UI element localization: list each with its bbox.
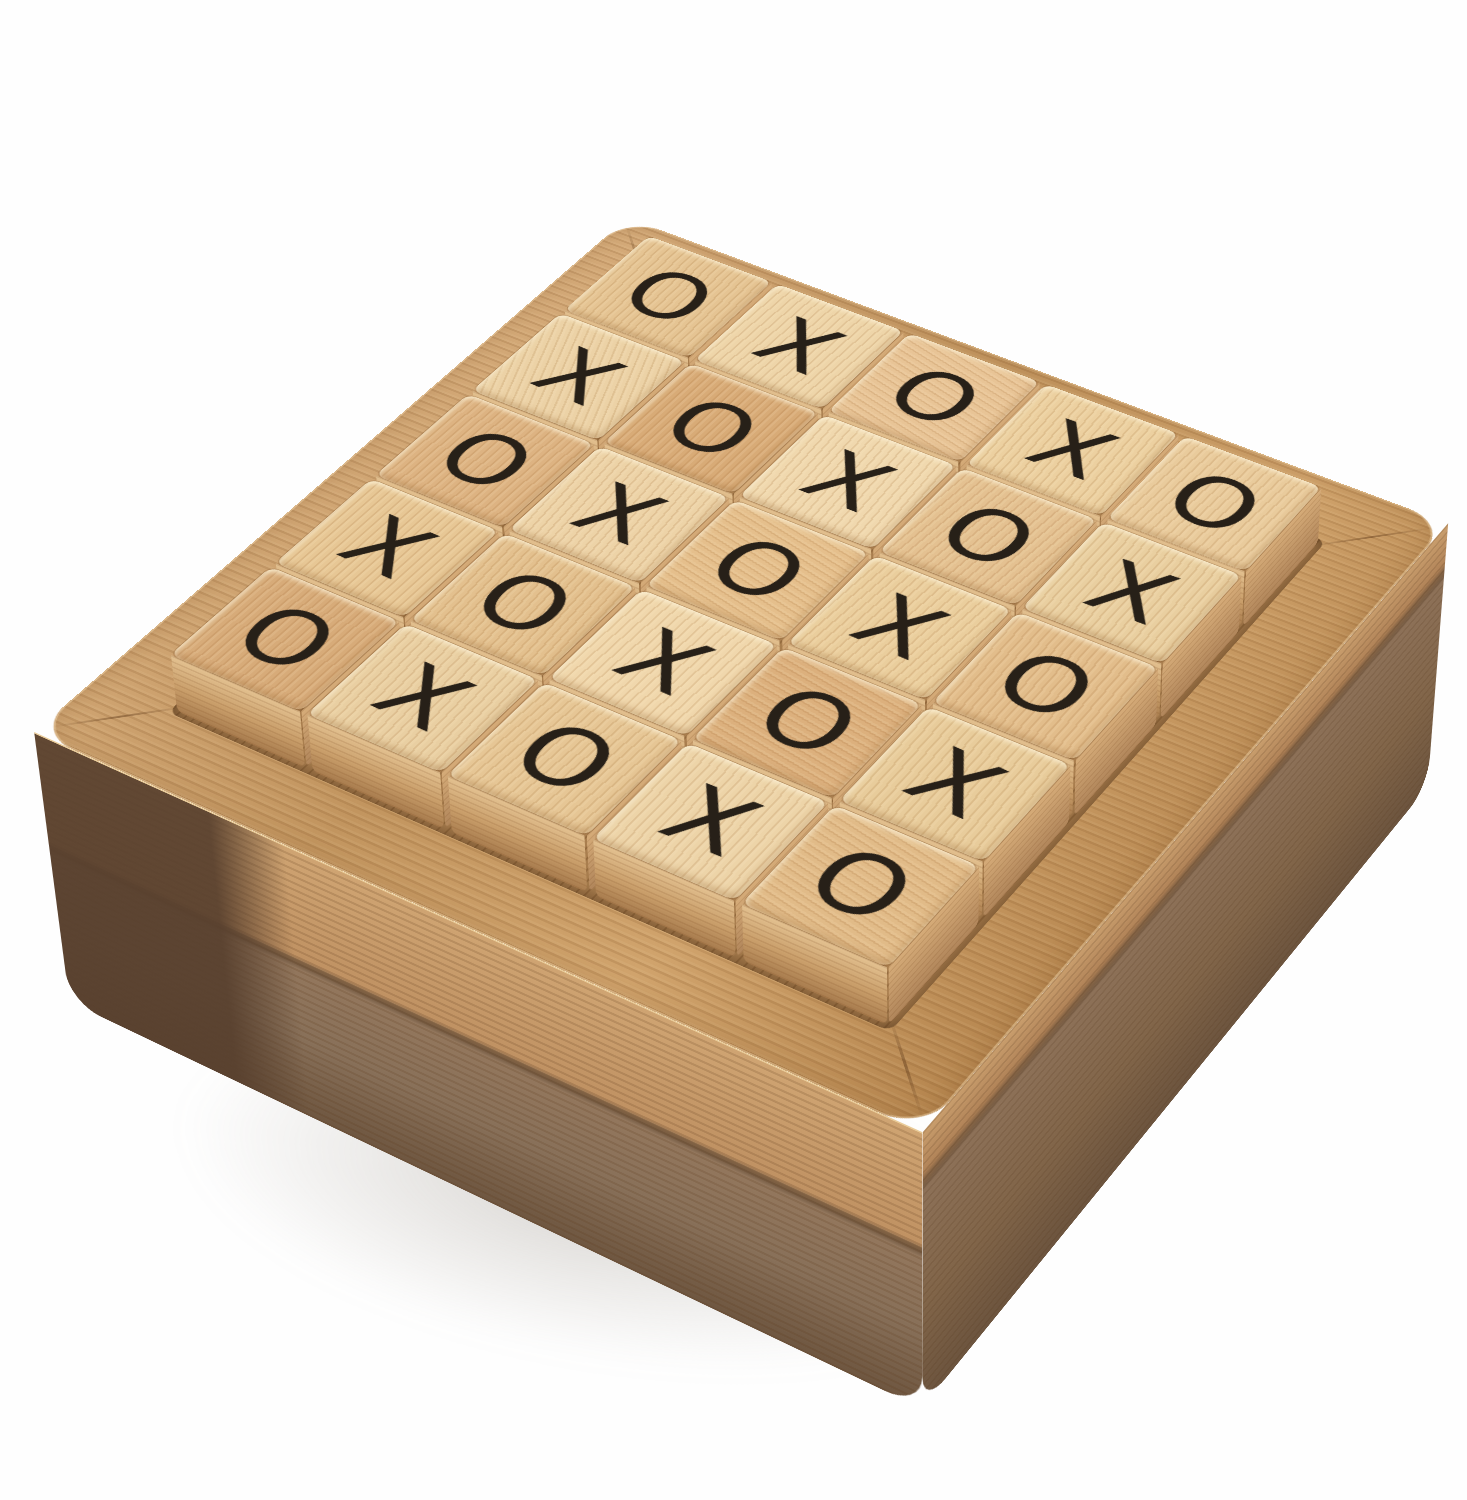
piece-symbol: O (977, 638, 1113, 732)
piece-symbol: O (646, 387, 775, 470)
piece-symbol: O (920, 492, 1054, 580)
piece-symbol: O (418, 418, 552, 503)
piece-symbol: X (598, 617, 728, 707)
piece-symbol: X (557, 473, 680, 556)
piece-symbol: X (1071, 549, 1191, 635)
piece-symbol: O (868, 356, 998, 438)
miter-seam-front-left (52, 706, 188, 728)
piece-symbol: X (356, 652, 490, 743)
miter-seam-front-right (887, 1016, 923, 1118)
piece-symbol: X (739, 308, 858, 384)
piece-symbol: X (835, 583, 962, 671)
miter-seam-back-right (1308, 527, 1433, 547)
piece-symbol: X (1013, 409, 1131, 489)
piece-symbol: O (787, 833, 933, 937)
piece-symbol: O (689, 525, 826, 615)
wooden-tray-board: O X O X (34, 218, 1448, 1133)
piece-symbol: O (455, 559, 592, 649)
piece-symbol: O (605, 258, 730, 335)
tile-r5c5[interactable]: O (742, 862, 979, 1026)
product-photo-stage: O X O X (0, 0, 1467, 1500)
piece-symbol: X (517, 338, 639, 416)
piece-symbol: O (1148, 460, 1279, 547)
piece-symbol: X (786, 440, 908, 522)
piece-symbol: X (888, 736, 1021, 831)
piece-symbol: O (215, 592, 355, 684)
scene-3d: O X O X (0, 0, 1467, 1500)
piece-symbol: O (737, 674, 876, 770)
piece-symbol: X (644, 773, 776, 869)
piece-symbol: X (322, 505, 451, 590)
piece-symbol: O (493, 709, 636, 807)
